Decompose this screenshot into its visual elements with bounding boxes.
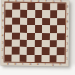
square-h8[interactable] bbox=[57, 3, 65, 10]
square-h7[interactable] bbox=[57, 11, 65, 18]
photo-background: abcdefgh abcdefgh 87654321 87654321 bbox=[0, 0, 75, 75]
square-e1[interactable] bbox=[34, 55, 42, 62]
square-d6[interactable] bbox=[27, 18, 35, 25]
square-a5[interactable] bbox=[5, 25, 13, 32]
square-e8[interactable] bbox=[35, 3, 43, 10]
rank-labels-right: 87654321 bbox=[65, 3, 69, 62]
square-f4[interactable] bbox=[42, 33, 50, 40]
rank-label: 4 bbox=[65, 33, 69, 40]
square-b6[interactable] bbox=[12, 17, 20, 24]
square-d1[interactable] bbox=[27, 55, 35, 62]
file-label: a bbox=[4, 63, 12, 66]
rank-label: 3 bbox=[65, 40, 69, 47]
square-c3[interactable] bbox=[19, 40, 27, 47]
square-f8[interactable] bbox=[42, 3, 50, 10]
square-c2[interactable] bbox=[19, 47, 27, 54]
square-b1[interactable] bbox=[12, 54, 20, 61]
square-g7[interactable] bbox=[50, 11, 58, 18]
square-c7[interactable] bbox=[20, 10, 28, 17]
square-a4[interactable] bbox=[4, 32, 12, 39]
square-c4[interactable] bbox=[19, 32, 27, 39]
rank-label: 8 bbox=[66, 3, 70, 10]
square-e3[interactable] bbox=[34, 40, 42, 47]
square-g4[interactable] bbox=[49, 33, 57, 40]
square-b7[interactable] bbox=[12, 10, 20, 17]
file-label: c bbox=[19, 63, 27, 66]
square-d2[interactable] bbox=[27, 47, 35, 54]
square-f1[interactable] bbox=[42, 55, 50, 62]
square-c8[interactable] bbox=[20, 3, 28, 10]
square-b2[interactable] bbox=[12, 47, 20, 54]
square-c6[interactable] bbox=[20, 18, 28, 25]
file-labels-bottom: abcdefgh bbox=[4, 63, 64, 67]
square-d8[interactable] bbox=[27, 3, 35, 10]
square-h6[interactable] bbox=[57, 18, 65, 25]
file-label: g bbox=[49, 63, 57, 66]
square-h5[interactable] bbox=[57, 25, 65, 32]
square-a3[interactable] bbox=[4, 40, 12, 47]
square-c5[interactable] bbox=[20, 25, 28, 32]
square-e4[interactable] bbox=[34, 32, 42, 39]
file-label: h bbox=[57, 63, 65, 66]
square-h3[interactable] bbox=[57, 40, 65, 47]
square-a8[interactable] bbox=[5, 3, 13, 10]
square-d5[interactable] bbox=[27, 25, 35, 32]
square-b4[interactable] bbox=[12, 32, 20, 39]
file-label: b bbox=[12, 63, 20, 66]
square-g2[interactable] bbox=[49, 47, 57, 54]
file-label: e bbox=[34, 63, 42, 66]
square-e7[interactable] bbox=[35, 10, 43, 17]
rank-label: 1 bbox=[65, 55, 69, 62]
square-b3[interactable] bbox=[12, 40, 20, 47]
square-d7[interactable] bbox=[27, 10, 35, 17]
square-g3[interactable] bbox=[49, 40, 57, 47]
rank-label: 6 bbox=[66, 18, 70, 25]
square-e2[interactable] bbox=[34, 47, 42, 54]
square-b5[interactable] bbox=[12, 25, 20, 32]
square-d3[interactable] bbox=[27, 40, 35, 47]
square-a1[interactable] bbox=[4, 54, 12, 61]
square-h2[interactable] bbox=[57, 48, 65, 55]
square-f2[interactable] bbox=[42, 47, 50, 54]
square-g8[interactable] bbox=[50, 3, 58, 10]
square-a6[interactable] bbox=[5, 17, 13, 24]
square-g1[interactable] bbox=[49, 55, 57, 62]
file-label: d bbox=[27, 63, 35, 66]
square-d4[interactable] bbox=[27, 32, 35, 39]
square-e6[interactable] bbox=[35, 18, 43, 25]
square-b8[interactable] bbox=[12, 3, 20, 10]
square-a7[interactable] bbox=[5, 10, 13, 17]
square-f7[interactable] bbox=[42, 10, 50, 17]
square-e5[interactable] bbox=[35, 25, 43, 32]
chess-board: abcdefgh abcdefgh 87654321 87654321 bbox=[1, 0, 70, 66]
square-h4[interactable] bbox=[57, 33, 65, 40]
square-g6[interactable] bbox=[50, 18, 58, 25]
square-h1[interactable] bbox=[57, 55, 65, 62]
rank-label: 5 bbox=[66, 25, 70, 32]
square-f3[interactable] bbox=[42, 40, 50, 47]
file-label: f bbox=[42, 63, 50, 66]
square-c1[interactable] bbox=[19, 54, 27, 61]
square-f5[interactable] bbox=[42, 25, 50, 32]
square-a2[interactable] bbox=[4, 47, 12, 54]
square-g5[interactable] bbox=[50, 25, 58, 32]
rank-label: 7 bbox=[66, 11, 70, 18]
rank-label: 2 bbox=[65, 48, 69, 55]
board-grid bbox=[4, 3, 65, 63]
square-f6[interactable] bbox=[42, 18, 50, 25]
